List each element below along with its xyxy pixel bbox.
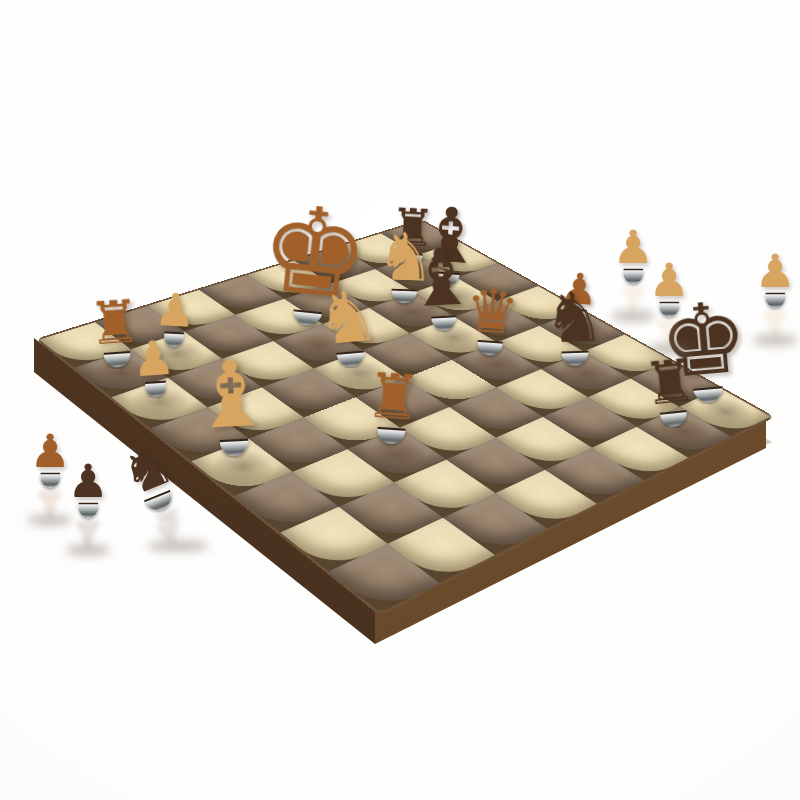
white-rook-glyph: ♜ xyxy=(363,366,423,429)
floor-reflection: ♟ xyxy=(34,486,67,521)
white-pawn-glyph: ♟ xyxy=(29,429,70,473)
floor-reflection: ♟ xyxy=(759,306,792,341)
black-rook-glyph: ♜ xyxy=(640,352,698,414)
floor-reflection: ♞ xyxy=(143,499,196,554)
black-knight-glyph: ♞ xyxy=(542,284,607,353)
captured-white-pawn-3[interactable]: ♟♟ xyxy=(754,249,795,341)
white-knight-glyph: ♞ xyxy=(313,281,382,355)
piece-white-knight[interactable]: ♞ xyxy=(313,281,384,369)
piece-white-rook[interactable]: ♜ xyxy=(362,366,423,445)
piece-black-rook[interactable]: ♜ xyxy=(640,352,700,429)
floor-reflection: ♟ xyxy=(653,315,686,350)
piece-black-knight[interactable]: ♞ xyxy=(542,284,607,367)
captured-black-pawn-5[interactable]: ♟♟ xyxy=(67,459,108,551)
captured-white-pawn-2[interactable]: ♟♟ xyxy=(648,258,689,350)
white-pawn-glyph: ♟ xyxy=(648,258,689,302)
captured-white-pawn-4[interactable]: ♟♟ xyxy=(29,429,70,521)
white-pawn-glyph: ♟ xyxy=(754,249,795,293)
piece-white-bishop[interactable]: ♝ xyxy=(187,349,275,458)
white-bishop-glyph: ♝ xyxy=(187,349,274,441)
white-queen-glyph: ♛ xyxy=(463,281,521,342)
white-pawn-glyph: ♟ xyxy=(153,288,196,334)
product-photo-scene: ♜♟♜♟♚♞♝♞♝♝♛♟♜♞♜♚ ♟♟♟♟♟♟♟♟♟♟♞♞ xyxy=(0,0,800,800)
floor-reflection: ♟ xyxy=(617,282,650,317)
white-pawn-glyph: ♟ xyxy=(130,334,176,383)
black-pawn-glyph: ♟ xyxy=(67,459,108,503)
piece-white-queen[interactable]: ♛ xyxy=(462,281,521,357)
chrome-base xyxy=(476,340,502,356)
piece-white-pawn[interactable]: ♟ xyxy=(130,334,177,399)
floor-reflection: ♟ xyxy=(72,516,105,551)
